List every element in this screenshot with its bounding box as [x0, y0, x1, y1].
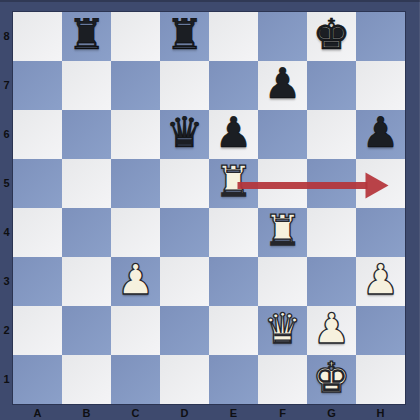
square-h4[interactable] — [356, 208, 405, 257]
white-king[interactable]: ♚ — [313, 353, 351, 402]
rank-label-8: 8 — [0, 12, 13, 61]
white-rook[interactable]: ♜ — [264, 206, 302, 255]
black-rook[interactable]: ♜ — [68, 10, 106, 59]
square-a2[interactable] — [13, 306, 62, 355]
square-b7[interactable] — [62, 61, 111, 110]
square-c5[interactable] — [111, 159, 160, 208]
square-h8[interactable] — [356, 12, 405, 61]
square-e6[interactable]: ♟ — [209, 110, 258, 159]
chess-board-frame: ♜♜♚♟♛♟♟♜♜♟♟♛♟♚ 87654321ABCDEFGH — [0, 0, 420, 420]
rank-label-6: 6 — [0, 110, 13, 159]
square-g4[interactable] — [307, 208, 356, 257]
square-c3[interactable]: ♟ — [111, 257, 160, 306]
square-a5[interactable] — [13, 159, 62, 208]
white-queen[interactable]: ♛ — [264, 304, 302, 353]
square-e3[interactable] — [209, 257, 258, 306]
rank-label-1: 1 — [0, 355, 13, 404]
black-rook[interactable]: ♜ — [166, 10, 204, 59]
square-h7[interactable] — [356, 61, 405, 110]
square-h2[interactable] — [356, 306, 405, 355]
square-g5[interactable] — [307, 159, 356, 208]
square-c7[interactable] — [111, 61, 160, 110]
square-c6[interactable] — [111, 110, 160, 159]
black-king[interactable]: ♚ — [313, 10, 351, 59]
square-e4[interactable] — [209, 208, 258, 257]
square-d3[interactable] — [160, 257, 209, 306]
rank-label-3: 3 — [0, 257, 13, 306]
square-h1[interactable] — [356, 355, 405, 404]
square-h3[interactable]: ♟ — [356, 257, 405, 306]
file-label-f: F — [258, 406, 307, 420]
square-e8[interactable] — [209, 12, 258, 61]
file-label-h: H — [356, 406, 405, 420]
square-f5[interactable] — [258, 159, 307, 208]
square-a3[interactable] — [13, 257, 62, 306]
black-pawn[interactable]: ♟ — [264, 59, 302, 108]
square-a1[interactable] — [13, 355, 62, 404]
white-pawn[interactable]: ♟ — [313, 304, 351, 353]
square-b1[interactable] — [62, 355, 111, 404]
square-a7[interactable] — [13, 61, 62, 110]
square-f2[interactable]: ♛ — [258, 306, 307, 355]
white-pawn[interactable]: ♟ — [117, 255, 155, 304]
square-f7[interactable]: ♟ — [258, 61, 307, 110]
file-label-b: B — [62, 406, 111, 420]
rank-label-5: 5 — [0, 159, 13, 208]
black-queen[interactable]: ♛ — [166, 108, 204, 157]
white-rook[interactable]: ♜ — [215, 157, 253, 206]
square-d2[interactable] — [160, 306, 209, 355]
square-g3[interactable] — [307, 257, 356, 306]
square-d7[interactable] — [160, 61, 209, 110]
square-f3[interactable] — [258, 257, 307, 306]
square-b2[interactable] — [62, 306, 111, 355]
square-b4[interactable] — [62, 208, 111, 257]
white-pawn[interactable]: ♟ — [362, 255, 400, 304]
square-g8[interactable]: ♚ — [307, 12, 356, 61]
rank-label-2: 2 — [0, 306, 13, 355]
square-g1[interactable]: ♚ — [307, 355, 356, 404]
square-d8[interactable]: ♜ — [160, 12, 209, 61]
square-g2[interactable]: ♟ — [307, 306, 356, 355]
square-f1[interactable] — [258, 355, 307, 404]
square-a4[interactable] — [13, 208, 62, 257]
square-c2[interactable] — [111, 306, 160, 355]
square-e2[interactable] — [209, 306, 258, 355]
square-f6[interactable] — [258, 110, 307, 159]
square-d5[interactable] — [160, 159, 209, 208]
square-c4[interactable] — [111, 208, 160, 257]
rank-label-7: 7 — [0, 61, 13, 110]
square-g7[interactable] — [307, 61, 356, 110]
square-h6[interactable]: ♟ — [356, 110, 405, 159]
square-b5[interactable] — [62, 159, 111, 208]
square-d4[interactable] — [160, 208, 209, 257]
file-label-c: C — [111, 406, 160, 420]
square-a8[interactable] — [13, 12, 62, 61]
square-c1[interactable] — [111, 355, 160, 404]
square-d1[interactable] — [160, 355, 209, 404]
chess-board: ♜♜♚♟♛♟♟♜♜♟♟♛♟♚ — [13, 12, 405, 404]
square-c8[interactable] — [111, 12, 160, 61]
square-e5[interactable]: ♜ — [209, 159, 258, 208]
file-label-e: E — [209, 406, 258, 420]
black-pawn[interactable]: ♟ — [215, 108, 253, 157]
black-pawn[interactable]: ♟ — [362, 108, 400, 157]
square-b6[interactable] — [62, 110, 111, 159]
square-e1[interactable] — [209, 355, 258, 404]
square-f8[interactable] — [258, 12, 307, 61]
rank-label-4: 4 — [0, 208, 13, 257]
file-label-d: D — [160, 406, 209, 420]
square-g6[interactable] — [307, 110, 356, 159]
file-label-g: G — [307, 406, 356, 420]
square-h5[interactable] — [356, 159, 405, 208]
file-label-a: A — [13, 406, 62, 420]
square-a6[interactable] — [13, 110, 62, 159]
square-b8[interactable]: ♜ — [62, 12, 111, 61]
square-b3[interactable] — [62, 257, 111, 306]
square-e7[interactable] — [209, 61, 258, 110]
square-d6[interactable]: ♛ — [160, 110, 209, 159]
square-f4[interactable]: ♜ — [258, 208, 307, 257]
